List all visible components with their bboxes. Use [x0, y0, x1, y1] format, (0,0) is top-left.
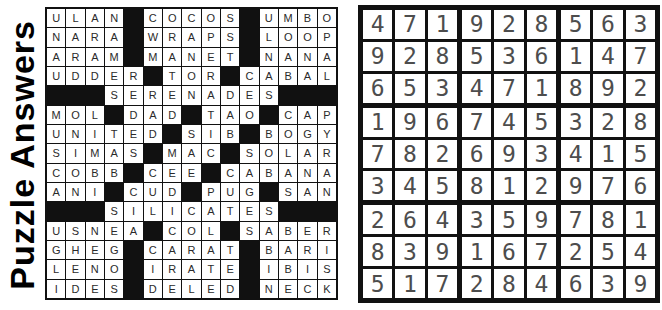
crossword-letter-cell: N [66, 183, 84, 201]
crossword-letter-cell: A [86, 9, 104, 27]
crossword-letter-cell: L [260, 28, 278, 46]
crossword-black-cell [182, 183, 200, 201]
crossword-letter-cell: A [318, 48, 336, 66]
crossword-letter-cell: A [182, 144, 200, 162]
sudoku-cell: 8 [527, 10, 556, 39]
crossword-letter-cell: M [47, 106, 65, 124]
sudoku-cell: 7 [527, 237, 556, 266]
crossword-letter-cell: O [66, 106, 84, 124]
crossword-letter-cell: C [47, 164, 65, 182]
crossword-letter-cell: R [144, 86, 162, 104]
sudoku-cell: 9 [527, 205, 556, 234]
sudoku-cell: 2 [363, 205, 392, 234]
crossword-letter-cell: U [221, 183, 239, 201]
sudoku-box: 471928653 [363, 10, 457, 103]
crossword-letter-cell: D [124, 106, 142, 124]
puzzle-answers-page: Puzzle Answers ULANCOCOSUMBONARAWRAPSLOO… [0, 0, 662, 310]
sudoku-box: 928536471 [462, 10, 556, 103]
crossword-letter-cell: A [279, 241, 297, 259]
sudoku-cell: 9 [561, 171, 590, 200]
crossword-letter-cell: S [279, 183, 297, 201]
sudoku-cell: 9 [395, 108, 424, 137]
sudoku-cell: 3 [593, 269, 622, 298]
crossword-letter-cell: E [240, 86, 258, 104]
crossword-letter-cell: C [221, 164, 239, 182]
sudoku-cell: 5 [593, 237, 622, 266]
crossword-letter-cell: N [86, 222, 104, 240]
crossword-letter-cell: O [182, 222, 200, 240]
page-title: Puzzle Answers [0, 0, 45, 310]
crossword-letter-cell: R [163, 28, 181, 46]
sudoku-cell: 2 [494, 10, 523, 39]
sudoku-cell: 4 [561, 140, 590, 169]
crossword-letter-cell: E [221, 260, 239, 278]
crossword-letter-cell: S [47, 144, 65, 162]
sudoku-cell: 2 [527, 171, 556, 200]
crossword-letter-cell: B [279, 67, 297, 85]
crossword-letter-cell: P [318, 28, 336, 46]
sudoku-cell: 6 [593, 10, 622, 39]
crossword-letter-cell: M [279, 9, 297, 27]
crossword-letter-cell: G [240, 183, 258, 201]
sudoku-cell: 8 [494, 269, 523, 298]
crossword-letter-cell: O [202, 9, 220, 27]
sudoku-cell: 2 [626, 74, 655, 103]
crossword-letter-cell: O [105, 260, 123, 278]
crossword-letter-cell: L [318, 67, 336, 85]
crossword-letter-cell: A [298, 183, 316, 201]
crossword-letter-cell: W [144, 28, 162, 46]
crossword-letter-cell: I [66, 144, 84, 162]
crossword-letter-cell: U [47, 222, 65, 240]
crossword-black-cell [47, 86, 65, 104]
crossword-letter-cell: M [144, 48, 162, 66]
crossword-black-cell [240, 28, 258, 46]
sudoku-cell: 9 [428, 237, 457, 266]
crossword-letter-cell: C [279, 106, 297, 124]
sudoku-cell: 7 [462, 108, 491, 137]
sudoku-cell: 5 [428, 171, 457, 200]
crossword-letter-cell: U [47, 67, 65, 85]
crossword-letter-cell: N [260, 48, 278, 66]
crossword-black-cell [105, 106, 123, 124]
crossword-letter-cell: P [202, 183, 220, 201]
crossword-letter-cell: B [279, 260, 297, 278]
crossword-black-cell [144, 67, 162, 85]
crossword-letter-cell: E [202, 280, 220, 298]
sudoku-cell: 5 [561, 10, 590, 39]
crossword-letter-cell: E [240, 202, 258, 220]
sudoku-cell: 4 [494, 108, 523, 137]
crossword-letter-cell: B [279, 222, 297, 240]
crossword-letter-cell: L [279, 144, 297, 162]
crossword-letter-cell: A [163, 241, 181, 259]
crossword-letter-cell: E [124, 86, 142, 104]
crossword-letter-cell: A [279, 164, 297, 182]
crossword-letter-cell: O [163, 9, 181, 27]
crossword-black-cell [47, 202, 65, 220]
sudoku-box: 359167284 [462, 205, 556, 298]
crossword-letter-cell: D [66, 280, 84, 298]
sudoku-cell: 8 [428, 42, 457, 71]
crossword-letter-cell: U [144, 183, 162, 201]
crossword-letter-cell: B [105, 164, 123, 182]
sudoku-cell: 1 [428, 10, 457, 39]
sudoku-cell: 7 [593, 171, 622, 200]
crossword-letter-cell: S [260, 86, 278, 104]
sudoku-cell: 4 [626, 237, 655, 266]
crossword-letter-cell: U [47, 9, 65, 27]
sudoku-cell: 9 [494, 140, 523, 169]
sudoku-cell: 3 [363, 171, 392, 200]
crossword-letter-cell: N [86, 260, 104, 278]
crossword-letter-cell: C [240, 67, 258, 85]
crossword-black-cell [240, 280, 258, 298]
sudoku-cell: 4 [527, 269, 556, 298]
sudoku-cell: 3 [395, 237, 424, 266]
crossword-black-cell [318, 202, 336, 220]
crossword-letter-cell: M [86, 144, 104, 162]
crossword-black-cell [86, 86, 104, 104]
sudoku-cell: 7 [395, 10, 424, 39]
crossword-letter-cell: N [105, 9, 123, 27]
crossword-letter-cell: O [66, 164, 84, 182]
sudoku-cell: 3 [494, 42, 523, 71]
crossword-letter-cell: G [105, 241, 123, 259]
crossword-letter-cell: E [202, 48, 220, 66]
sudoku-cell: 5 [462, 42, 491, 71]
sudoku-cell: 2 [593, 108, 622, 137]
crossword-letter-cell: B [260, 125, 278, 143]
sudoku-cell: 5 [395, 74, 424, 103]
crossword-letter-cell: N [260, 280, 278, 298]
sudoku-cell: 4 [363, 10, 392, 39]
sudoku-cell: 3 [428, 74, 457, 103]
crossword-black-cell [240, 241, 258, 259]
sudoku-cell: 2 [428, 140, 457, 169]
crossword-letter-cell: B [260, 241, 278, 259]
crossword-letter-cell: A [182, 260, 200, 278]
crossword-letter-cell: R [318, 144, 336, 162]
crossword-letter-cell: M [105, 48, 123, 66]
sudoku-cell: 8 [395, 140, 424, 169]
crossword-letter-cell: K [318, 280, 336, 298]
sudoku-cell: 6 [428, 108, 457, 137]
sudoku-cell: 3 [626, 10, 655, 39]
crossword-letter-cell: D [144, 280, 162, 298]
sudoku-cell: 1 [527, 74, 556, 103]
sudoku-cell: 3 [527, 140, 556, 169]
sudoku-cell: 5 [494, 205, 523, 234]
sudoku-cell: 5 [626, 140, 655, 169]
crossword-letter-cell: A [47, 183, 65, 201]
crossword-letter-cell: E [124, 125, 142, 143]
sudoku-cell: 7 [561, 205, 590, 234]
crossword-letter-cell: E [163, 86, 181, 104]
crossword-letter-cell: A [202, 241, 220, 259]
crossword-black-cell [240, 48, 258, 66]
crossword-black-cell [66, 86, 84, 104]
crossword-letter-cell: I [124, 202, 142, 220]
crossword-letter-cell: E [86, 280, 104, 298]
crossword-black-cell [124, 280, 142, 298]
crossword-letter-cell: I [260, 260, 278, 278]
crossword-letter-cell: T [202, 260, 220, 278]
crossword-letter-cell: O [298, 28, 316, 46]
crossword-letter-cell: G [47, 241, 65, 259]
sudoku-cell: 4 [428, 205, 457, 234]
crossword-letter-cell: L [47, 260, 65, 278]
crossword-black-cell [144, 144, 162, 162]
crossword-black-cell [86, 202, 104, 220]
crossword-letter-cell: S [182, 125, 200, 143]
sudoku-grid: 4719286539285364715631478921967823457456… [358, 5, 660, 303]
crossword-letter-cell: E [279, 280, 297, 298]
crossword-black-cell [202, 164, 220, 182]
sudoku-cell: 6 [561, 269, 590, 298]
crossword-letter-cell: C [163, 222, 181, 240]
crossword-letter-cell: L [202, 222, 220, 240]
crossword-letter-cell: N [66, 125, 84, 143]
crossword-letter-cell: S [260, 202, 278, 220]
sudoku-box: 328415976 [561, 108, 655, 201]
crossword-grid: ULANCOCOSUMBONARAWRAPSLOOPARAMMANETNANAU… [45, 7, 338, 300]
crossword-letter-cell: U [47, 125, 65, 143]
crossword-letter-cell: D [221, 280, 239, 298]
crossword-letter-cell: C [144, 164, 162, 182]
sudoku-cell: 4 [395, 171, 424, 200]
crossword-letter-cell: E [105, 222, 123, 240]
crossword-letter-cell: T [221, 241, 239, 259]
crossword-letter-cell: A [124, 222, 142, 240]
crossword-letter-cell: A [279, 48, 297, 66]
crossword-letter-cell: E [182, 164, 200, 182]
crossword-letter-cell: N [298, 164, 316, 182]
crossword-black-cell [124, 28, 142, 46]
crossword-black-cell [240, 9, 258, 27]
crossword-letter-cell: T [163, 67, 181, 85]
crossword-letter-cell: D [221, 86, 239, 104]
crossword-letter-cell: S [105, 86, 123, 104]
crossword-letter-cell: N [47, 28, 65, 46]
sudoku-cell: 8 [593, 205, 622, 234]
crossword-letter-cell: D [66, 67, 84, 85]
sudoku-box: 745693812 [462, 108, 556, 201]
sudoku-cell: 7 [626, 42, 655, 71]
crossword-black-cell [240, 260, 258, 278]
crossword-black-cell [318, 86, 336, 104]
sudoku-cell: 3 [462, 205, 491, 234]
crossword-letter-cell: A [105, 144, 123, 162]
crossword-letter-cell: E [86, 241, 104, 259]
crossword-letter-cell: L [144, 202, 162, 220]
crossword-black-cell [124, 9, 142, 27]
crossword-black-cell [66, 202, 84, 220]
sudoku-cell: 8 [626, 108, 655, 137]
crossword-letter-cell: G [298, 125, 316, 143]
crossword-letter-cell: I [86, 125, 104, 143]
sudoku-box: 781254639 [561, 205, 655, 298]
crossword-letter-cell: A [66, 28, 84, 46]
crossword-letter-cell: I [163, 202, 181, 220]
crossword-letter-cell: P [202, 28, 220, 46]
crossword-letter-cell: O [318, 9, 336, 27]
crossword-letter-cell: A [318, 164, 336, 182]
crossword-letter-cell: U [260, 9, 278, 27]
crossword-letter-cell: T [202, 106, 220, 124]
sudoku-cell: 2 [395, 42, 424, 71]
crossword-letter-cell: A [298, 67, 316, 85]
crossword-letter-cell: N [298, 48, 316, 66]
crossword-black-cell [260, 183, 278, 201]
crossword-letter-cell: S [221, 9, 239, 27]
crossword-letter-cell: T [221, 202, 239, 220]
crossword-letter-cell: S [66, 222, 84, 240]
crossword-letter-cell: R [86, 28, 104, 46]
crossword-letter-cell: R [182, 241, 200, 259]
crossword-letter-cell: A [86, 48, 104, 66]
crossword-black-cell [182, 106, 200, 124]
crossword-letter-cell: A [144, 106, 162, 124]
crossword-letter-cell: S [240, 144, 258, 162]
sudoku-cell: 6 [395, 205, 424, 234]
page-title-text: Puzzle Answers [3, 20, 42, 290]
crossword-black-cell [124, 164, 142, 182]
sudoku-cell: 1 [363, 108, 392, 137]
sudoku-cell: 6 [626, 171, 655, 200]
crossword-letter-cell: C [144, 9, 162, 27]
sudoku-cell: 6 [363, 74, 392, 103]
sudoku-cell: 7 [363, 140, 392, 169]
crossword-letter-cell: H [66, 241, 84, 259]
crossword-letter-cell: I [47, 280, 65, 298]
sudoku-cell: 5 [363, 269, 392, 298]
crossword-letter-cell: D [86, 67, 104, 85]
crossword-letter-cell: S [318, 260, 336, 278]
crossword-black-cell [124, 48, 142, 66]
sudoku-cell: 8 [462, 171, 491, 200]
crossword-letter-cell: A [163, 48, 181, 66]
crossword-letter-cell: B [298, 9, 316, 27]
sudoku-cell: 2 [561, 237, 590, 266]
crossword-black-cell [260, 106, 278, 124]
crossword-letter-cell: E [298, 222, 316, 240]
crossword-black-cell [279, 202, 297, 220]
crossword-letter-cell: A [182, 28, 200, 46]
crossword-letter-cell: O [182, 67, 200, 85]
crossword-black-cell [221, 67, 239, 85]
crossword-letter-cell: S [124, 144, 142, 162]
crossword-black-cell [105, 183, 123, 201]
crossword-letter-cell: E [163, 280, 181, 298]
crossword-letter-cell: C [144, 241, 162, 259]
crossword-black-cell [298, 202, 316, 220]
crossword-letter-cell: B [260, 164, 278, 182]
sudoku-cell: 1 [561, 42, 590, 71]
crossword-letter-cell: N [182, 86, 200, 104]
crossword-letter-cell: M [163, 144, 181, 162]
crossword-letter-cell: S [221, 28, 239, 46]
crossword-letter-cell: E [105, 67, 123, 85]
crossword-letter-cell: N [318, 183, 336, 201]
crossword-letter-cell: T [221, 48, 239, 66]
crossword-black-cell [298, 86, 316, 104]
crossword-letter-cell: A [298, 106, 316, 124]
crossword-black-cell [240, 125, 258, 143]
crossword-letter-cell: O [260, 144, 278, 162]
crossword-letter-cell: R [202, 67, 220, 85]
crossword-letter-cell: I [318, 241, 336, 259]
sudoku-box: 196782345 [363, 108, 457, 201]
crossword-letter-cell: A [298, 144, 316, 162]
crossword-letter-cell: A [202, 86, 220, 104]
crossword-letter-cell: Y [318, 125, 336, 143]
crossword-letter-cell: R [66, 48, 84, 66]
crossword-black-cell [144, 222, 162, 240]
sudoku-cell: 9 [626, 269, 655, 298]
sudoku-cell: 7 [494, 74, 523, 103]
sudoku-cell: 9 [593, 74, 622, 103]
crossword-letter-cell: O [240, 106, 258, 124]
crossword-letter-cell: R [124, 67, 142, 85]
crossword-letter-cell: A [260, 67, 278, 85]
sudoku-cell: 6 [462, 140, 491, 169]
crossword-letter-cell: R [163, 260, 181, 278]
crossword-letter-cell: C [182, 202, 200, 220]
crossword-black-cell [279, 86, 297, 104]
crossword-letter-cell: B [221, 125, 239, 143]
crossword-black-cell [124, 241, 142, 259]
crossword-letter-cell: A [105, 28, 123, 46]
sudoku-cell: 8 [561, 74, 590, 103]
crossword-letter-cell: N [182, 48, 200, 66]
crossword-letter-cell: L [182, 280, 200, 298]
sudoku-cell: 4 [462, 74, 491, 103]
sudoku-cell: 6 [494, 237, 523, 266]
sudoku-cell: 5 [527, 108, 556, 137]
sudoku-cell: 9 [363, 42, 392, 71]
crossword-letter-cell: R [298, 241, 316, 259]
sudoku-cell: 1 [626, 205, 655, 234]
crossword-letter-cell: C [124, 183, 142, 201]
sudoku-box: 563147892 [561, 10, 655, 103]
crossword-letter-cell: I [298, 260, 316, 278]
sudoku-cell: 4 [593, 42, 622, 71]
sudoku-cell: 6 [527, 42, 556, 71]
crossword-letter-cell: L [66, 9, 84, 27]
sudoku-cell: 8 [363, 237, 392, 266]
sudoku-cell: 7 [428, 269, 457, 298]
crossword-letter-cell: I [86, 183, 104, 201]
crossword-letter-cell: A [202, 202, 220, 220]
crossword-black-cell [221, 222, 239, 240]
crossword-letter-cell: P [318, 106, 336, 124]
crossword-black-cell [221, 144, 239, 162]
crossword-letter-cell: C [182, 9, 200, 27]
sudoku-cell: 2 [462, 269, 491, 298]
crossword-letter-cell: I [144, 260, 162, 278]
crossword-letter-cell: B [86, 164, 104, 182]
crossword-letter-cell: A [260, 222, 278, 240]
crossword-letter-cell: D [163, 106, 181, 124]
crossword-letter-cell: A [47, 48, 65, 66]
sudoku-cell: 1 [462, 237, 491, 266]
crossword-letter-cell: I [202, 125, 220, 143]
crossword-letter-cell: A [240, 164, 258, 182]
crossword-letter-cell: T [105, 125, 123, 143]
crossword-letter-cell: C [298, 280, 316, 298]
crossword-letter-cell: E [163, 164, 181, 182]
